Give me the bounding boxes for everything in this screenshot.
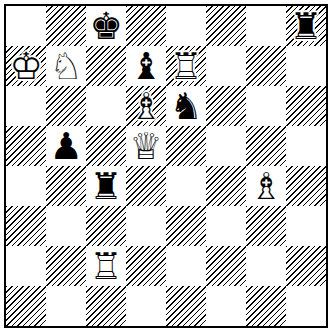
- chess-diagram-page: ♚♚♜♜♚♔♞♘♝♝♜♖♝♗♞♞♟♟♛♕♜♜♝♗♜♖: [0, 0, 332, 332]
- square-h8[interactable]: ♜♜: [286, 6, 326, 46]
- piece-black-rook[interactable]: ♜♜: [86, 166, 126, 206]
- square-d3[interactable]: [126, 206, 166, 246]
- square-f7[interactable]: [206, 46, 246, 86]
- square-d4[interactable]: [126, 166, 166, 206]
- square-c8[interactable]: ♚♚: [86, 6, 126, 46]
- square-b8[interactable]: [46, 6, 86, 46]
- square-g2[interactable]: [246, 246, 286, 286]
- square-b5[interactable]: ♟♟: [46, 126, 86, 166]
- square-h4[interactable]: [286, 166, 326, 206]
- black-king-glyph: ♚: [86, 6, 126, 46]
- piece-white-bishop[interactable]: ♝♗: [246, 166, 286, 206]
- square-e7[interactable]: ♜♖: [166, 46, 206, 86]
- square-b4[interactable]: [46, 166, 86, 206]
- square-h3[interactable]: [286, 206, 326, 246]
- white-bishop-glyph: ♗: [126, 86, 166, 126]
- square-h1[interactable]: [286, 286, 326, 326]
- square-e2[interactable]: [166, 246, 206, 286]
- piece-white-queen[interactable]: ♛♕: [126, 126, 166, 166]
- square-a6[interactable]: [6, 86, 46, 126]
- square-g5[interactable]: [246, 126, 286, 166]
- square-c7[interactable]: [86, 46, 126, 86]
- square-g4[interactable]: ♝♗: [246, 166, 286, 206]
- square-d1[interactable]: [126, 286, 166, 326]
- piece-black-bishop[interactable]: ♝♝: [126, 46, 166, 86]
- square-g1[interactable]: [246, 286, 286, 326]
- square-e1[interactable]: [166, 286, 206, 326]
- black-rook-glyph: ♜: [86, 166, 126, 206]
- square-b6[interactable]: [46, 86, 86, 126]
- square-b2[interactable]: [46, 246, 86, 286]
- square-g6[interactable]: [246, 86, 286, 126]
- square-a8[interactable]: [6, 6, 46, 46]
- square-c6[interactable]: [86, 86, 126, 126]
- square-e4[interactable]: [166, 166, 206, 206]
- square-h7[interactable]: [286, 46, 326, 86]
- square-d7[interactable]: ♝♝: [126, 46, 166, 86]
- piece-white-rook[interactable]: ♜♖: [166, 46, 206, 86]
- square-d5[interactable]: ♛♕: [126, 126, 166, 166]
- square-h5[interactable]: [286, 126, 326, 166]
- square-e6[interactable]: ♞♞: [166, 86, 206, 126]
- square-g3[interactable]: [246, 206, 286, 246]
- white-bishop-glyph: ♗: [246, 166, 286, 206]
- square-g8[interactable]: [246, 6, 286, 46]
- square-b3[interactable]: [46, 206, 86, 246]
- piece-black-knight[interactable]: ♞♞: [166, 86, 206, 126]
- square-a7[interactable]: ♚♔: [6, 46, 46, 86]
- black-bishop-glyph: ♝: [126, 46, 166, 86]
- square-c1[interactable]: [86, 286, 126, 326]
- square-f8[interactable]: [206, 6, 246, 46]
- black-rook-glyph: ♜: [286, 6, 326, 46]
- white-knight-glyph: ♘: [46, 46, 86, 86]
- square-g7[interactable]: [246, 46, 286, 86]
- square-a3[interactable]: [6, 206, 46, 246]
- square-f3[interactable]: [206, 206, 246, 246]
- white-queen-glyph: ♕: [126, 126, 166, 166]
- square-b1[interactable]: [46, 286, 86, 326]
- square-e3[interactable]: [166, 206, 206, 246]
- square-b7[interactable]: ♞♘: [46, 46, 86, 86]
- white-king-glyph: ♔: [6, 46, 46, 86]
- square-h6[interactable]: [286, 86, 326, 126]
- square-a2[interactable]: [6, 246, 46, 286]
- square-d6[interactable]: ♝♗: [126, 86, 166, 126]
- square-c3[interactable]: [86, 206, 126, 246]
- square-f2[interactable]: [206, 246, 246, 286]
- piece-white-king[interactable]: ♚♔: [6, 46, 46, 86]
- square-f4[interactable]: [206, 166, 246, 206]
- square-d8[interactable]: [126, 6, 166, 46]
- square-a5[interactable]: [6, 126, 46, 166]
- white-rook-glyph: ♖: [86, 246, 126, 286]
- piece-white-knight[interactable]: ♞♘: [46, 46, 86, 86]
- square-f5[interactable]: [206, 126, 246, 166]
- piece-black-pawn[interactable]: ♟♟: [46, 126, 86, 166]
- square-d2[interactable]: [126, 246, 166, 286]
- square-a4[interactable]: [6, 166, 46, 206]
- piece-white-rook[interactable]: ♜♖: [86, 246, 126, 286]
- piece-black-rook[interactable]: ♜♜: [286, 6, 326, 46]
- square-e5[interactable]: [166, 126, 206, 166]
- white-rook-glyph: ♖: [166, 46, 206, 86]
- square-f1[interactable]: [206, 286, 246, 326]
- square-c2[interactable]: ♜♖: [86, 246, 126, 286]
- square-h2[interactable]: [286, 246, 326, 286]
- black-pawn-glyph: ♟: [46, 126, 86, 166]
- square-e8[interactable]: [166, 6, 206, 46]
- square-f6[interactable]: [206, 86, 246, 126]
- black-knight-glyph: ♞: [166, 86, 206, 126]
- chess-board: ♚♚♜♜♚♔♞♘♝♝♜♖♝♗♞♞♟♟♛♕♜♜♝♗♜♖: [4, 4, 328, 328]
- piece-white-bishop[interactable]: ♝♗: [126, 86, 166, 126]
- piece-black-king[interactable]: ♚♚: [86, 6, 126, 46]
- square-c4[interactable]: ♜♜: [86, 166, 126, 206]
- square-c5[interactable]: [86, 126, 126, 166]
- square-a1[interactable]: [6, 286, 46, 326]
